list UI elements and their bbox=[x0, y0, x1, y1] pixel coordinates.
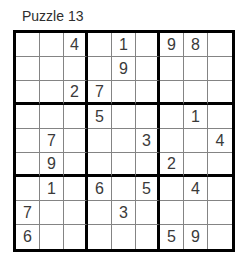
cell-r9c3[interactable] bbox=[64, 225, 88, 249]
cell-r6c8[interactable] bbox=[184, 153, 208, 177]
cell-r4c6[interactable] bbox=[136, 105, 160, 129]
cell-r1c6[interactable] bbox=[136, 33, 160, 57]
cell-r3c7[interactable] bbox=[160, 81, 184, 105]
puzzle-title: Puzzle 13 bbox=[22, 7, 83, 25]
cell-r5c7[interactable] bbox=[160, 129, 184, 153]
cell-r6c9[interactable] bbox=[208, 153, 232, 177]
cell-r8c6[interactable] bbox=[136, 201, 160, 225]
cell-r3c2[interactable] bbox=[40, 81, 64, 105]
cell-r9c6[interactable] bbox=[136, 225, 160, 249]
cell-r6c2[interactable]: 9 bbox=[40, 153, 64, 177]
cell-r2c7[interactable] bbox=[160, 57, 184, 81]
cell-r6c7[interactable]: 2 bbox=[160, 153, 184, 177]
cell-r2c4[interactable] bbox=[88, 57, 112, 81]
cell-r5c4[interactable] bbox=[88, 129, 112, 153]
cell-r7c9[interactable] bbox=[208, 177, 232, 201]
cell-r7c3[interactable] bbox=[64, 177, 88, 201]
cell-r7c5[interactable] bbox=[112, 177, 136, 201]
cell-r5c9[interactable]: 4 bbox=[208, 129, 232, 153]
cell-r9c9[interactable] bbox=[208, 225, 232, 249]
cell-r4c2[interactable] bbox=[40, 105, 64, 129]
cell-r2c9[interactable] bbox=[208, 57, 232, 81]
cell-r5c5[interactable] bbox=[112, 129, 136, 153]
cell-r3c1[interactable] bbox=[16, 81, 40, 105]
cell-r6c6[interactable] bbox=[136, 153, 160, 177]
cell-r1c3[interactable]: 4 bbox=[64, 33, 88, 57]
cell-r1c5[interactable]: 1 bbox=[112, 33, 136, 57]
cell-r6c5[interactable] bbox=[112, 153, 136, 177]
cell-r3c6[interactable] bbox=[136, 81, 160, 105]
cell-r8c3[interactable] bbox=[64, 201, 88, 225]
cell-r2c3[interactable] bbox=[64, 57, 88, 81]
cell-r2c6[interactable] bbox=[136, 57, 160, 81]
cell-r3c8[interactable] bbox=[184, 81, 208, 105]
sudoku-page: Puzzle 13 41989275173492165473659 bbox=[0, 0, 241, 262]
cell-r4c5[interactable] bbox=[112, 105, 136, 129]
cell-r7c4[interactable]: 6 bbox=[88, 177, 112, 201]
cell-r6c4[interactable] bbox=[88, 153, 112, 177]
cell-r6c1[interactable] bbox=[16, 153, 40, 177]
cell-r9c2[interactable] bbox=[40, 225, 64, 249]
cell-r5c1[interactable] bbox=[16, 129, 40, 153]
cell-r3c9[interactable] bbox=[208, 81, 232, 105]
cell-r3c5[interactable] bbox=[112, 81, 136, 105]
cell-r4c1[interactable] bbox=[16, 105, 40, 129]
cell-r5c2[interactable]: 7 bbox=[40, 129, 64, 153]
sudoku-board: 41989275173492165473659 bbox=[13, 30, 235, 252]
cell-r5c3[interactable] bbox=[64, 129, 88, 153]
cell-r9c4[interactable] bbox=[88, 225, 112, 249]
cell-r8c7[interactable] bbox=[160, 201, 184, 225]
cell-r7c8[interactable]: 4 bbox=[184, 177, 208, 201]
cell-r2c1[interactable] bbox=[16, 57, 40, 81]
cell-r8c4[interactable] bbox=[88, 201, 112, 225]
cell-r1c2[interactable] bbox=[40, 33, 64, 57]
cell-r7c2[interactable]: 1 bbox=[40, 177, 64, 201]
cell-r1c8[interactable]: 8 bbox=[184, 33, 208, 57]
cell-r2c2[interactable] bbox=[40, 57, 64, 81]
cell-r4c4[interactable]: 5 bbox=[88, 105, 112, 129]
cell-r2c5[interactable]: 9 bbox=[112, 57, 136, 81]
cell-r4c7[interactable] bbox=[160, 105, 184, 129]
cell-r6c3[interactable] bbox=[64, 153, 88, 177]
cell-r2c8[interactable] bbox=[184, 57, 208, 81]
cell-r4c9[interactable] bbox=[208, 105, 232, 129]
cell-r7c6[interactable]: 5 bbox=[136, 177, 160, 201]
cell-r8c8[interactable] bbox=[184, 201, 208, 225]
cell-r9c8[interactable]: 9 bbox=[184, 225, 208, 249]
cell-r5c6[interactable]: 3 bbox=[136, 129, 160, 153]
cell-r3c4[interactable]: 7 bbox=[88, 81, 112, 105]
cell-r8c1[interactable]: 7 bbox=[16, 201, 40, 225]
cell-r1c7[interactable]: 9 bbox=[160, 33, 184, 57]
cell-r4c8[interactable]: 1 bbox=[184, 105, 208, 129]
cell-r5c8[interactable] bbox=[184, 129, 208, 153]
cell-r4c3[interactable] bbox=[64, 105, 88, 129]
cell-r8c2[interactable] bbox=[40, 201, 64, 225]
cell-r7c1[interactable] bbox=[16, 177, 40, 201]
cell-r9c5[interactable] bbox=[112, 225, 136, 249]
cell-r8c9[interactable] bbox=[208, 201, 232, 225]
cell-r7c7[interactable] bbox=[160, 177, 184, 201]
cell-r1c9[interactable] bbox=[208, 33, 232, 57]
cell-r8c5[interactable]: 3 bbox=[112, 201, 136, 225]
cell-r9c7[interactable]: 5 bbox=[160, 225, 184, 249]
cell-r1c1[interactable] bbox=[16, 33, 40, 57]
cell-r1c4[interactable] bbox=[88, 33, 112, 57]
cell-r9c1[interactable]: 6 bbox=[16, 225, 40, 249]
cell-r3c3[interactable]: 2 bbox=[64, 81, 88, 105]
